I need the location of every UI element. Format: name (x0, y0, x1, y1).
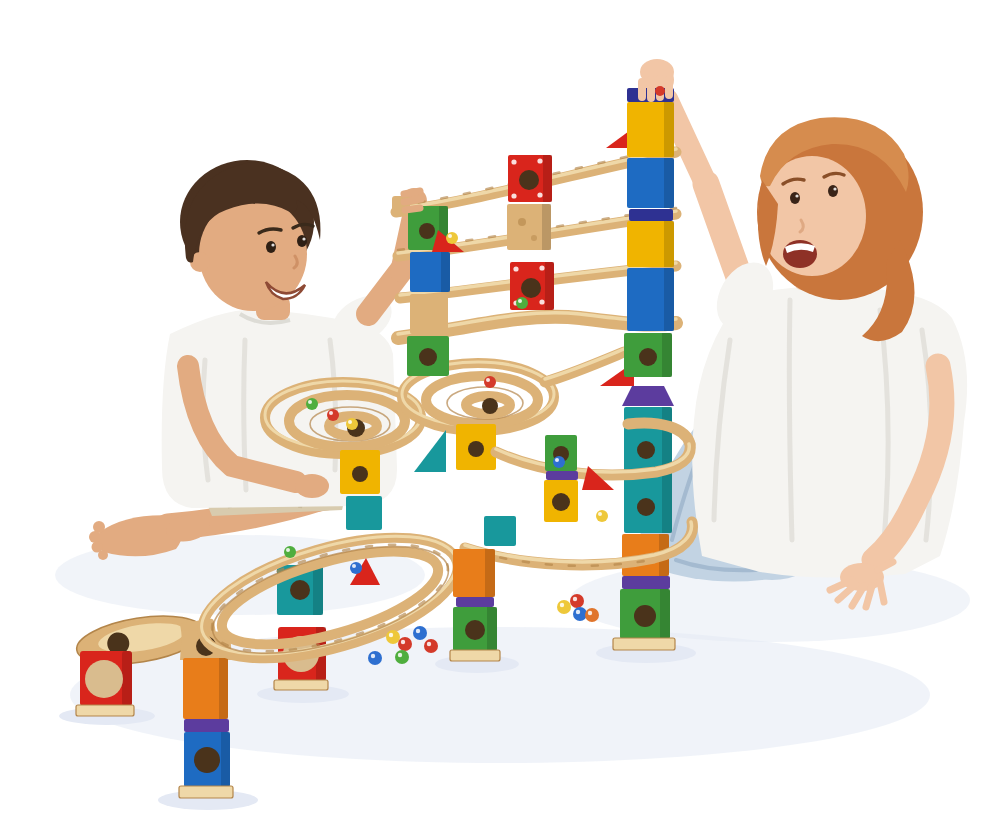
left-boy-head (180, 160, 320, 320)
left-boy-eye-right (297, 235, 307, 247)
teal-red-support (274, 565, 328, 690)
right-boy-eye-right (828, 185, 838, 197)
red-knob-in-fist (655, 86, 665, 96)
tower-navy-connector (629, 209, 673, 221)
mini-teal-cube (484, 516, 516, 546)
right-boy-fingers-overlay (640, 59, 674, 98)
tower-purple-connector (622, 576, 670, 589)
left-boy-eye-left (266, 241, 276, 253)
natural-wood-cube (507, 204, 551, 250)
photo-stage (0, 0, 1000, 818)
mini-purple-connector (546, 471, 578, 480)
left-boy-left-hand (295, 474, 329, 498)
red-accelerator-cube-top (508, 155, 552, 202)
tower-purple-pyramid (622, 386, 674, 406)
red-base-cube-left (76, 651, 134, 716)
right-boy-eye-left (790, 192, 800, 204)
front-purple-connector (456, 597, 494, 607)
wood-cube (410, 294, 448, 334)
teal-support-cube (346, 496, 382, 530)
teal-wedge (414, 430, 446, 472)
middle-column (507, 155, 554, 310)
left-boy-fingers-overlay (404, 191, 421, 210)
marble-run-scene (0, 0, 1000, 818)
tower-wood-base (613, 638, 675, 650)
left-column (407, 206, 450, 376)
right-front-column (450, 549, 500, 661)
right-boy-laughing-mouth (783, 240, 817, 268)
front-wood-base (450, 650, 500, 661)
